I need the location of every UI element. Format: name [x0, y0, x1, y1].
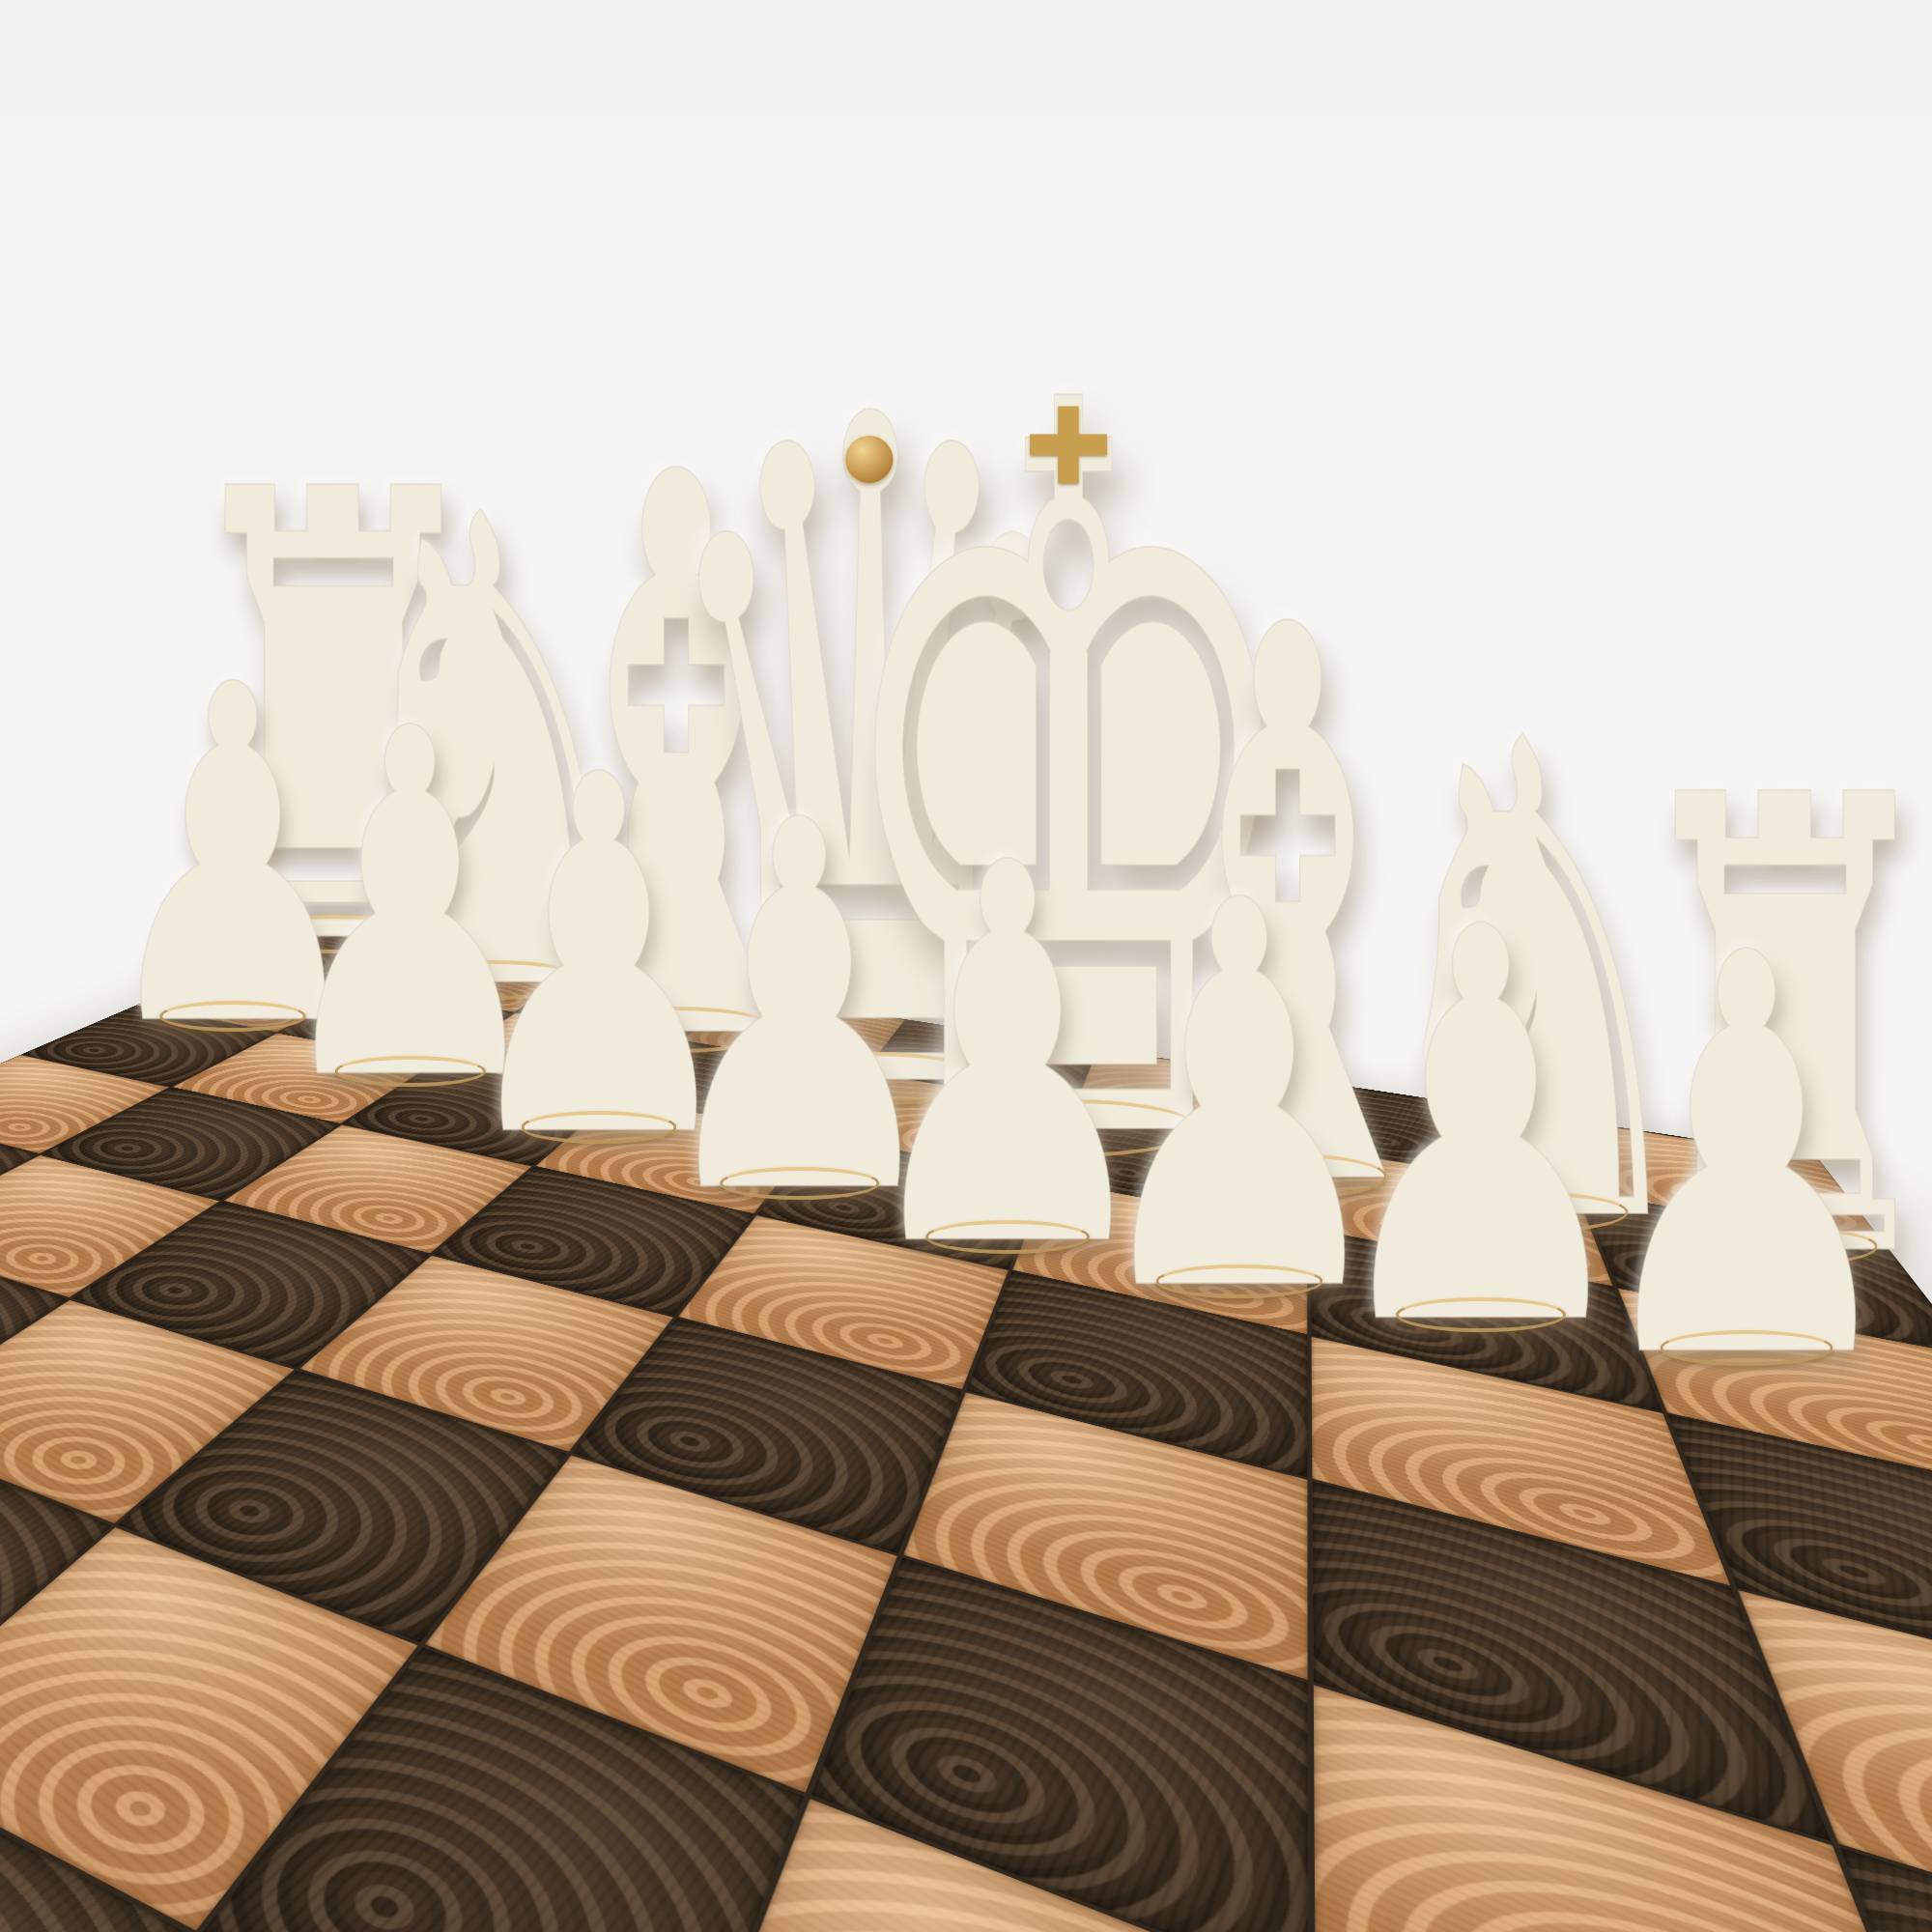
square-g6 [1314, 1685, 1932, 1932]
brass-ball-finial-icon [845, 436, 893, 483]
product-photo-scene: ♜♞♝♛♚✚♝♞♜♟♟♟♟♟♟♟♟ [0, 0, 1932, 1932]
square-h2 [1579, 1193, 1932, 1354]
brass-base-ring-icon [1660, 1330, 1833, 1366]
piece-white-rook-h1: ♜ [1591, 717, 1932, 1345]
square-h3 [1617, 1288, 1932, 1504]
piece-contact-shadow [1641, 1203, 1930, 1272]
chess-board [0, 929, 1932, 1932]
brass-base-ring-icon [1692, 1227, 1877, 1266]
brass-cross-finial-icon: ✚ [1024, 394, 1113, 499]
square-h1 [1549, 1118, 1884, 1242]
